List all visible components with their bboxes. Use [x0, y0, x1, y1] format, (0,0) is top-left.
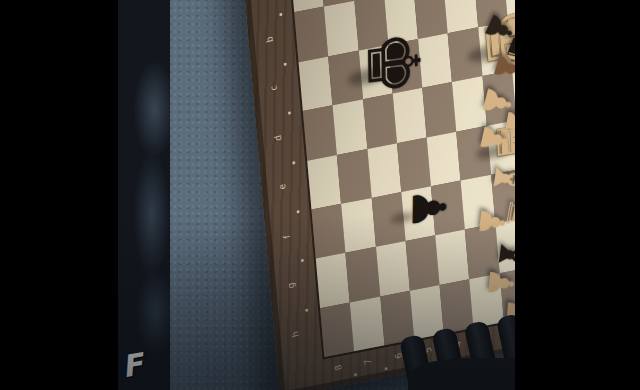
- black-king-c6: ♚: [357, 27, 429, 101]
- file-label-g: g: [285, 279, 296, 292]
- square-g4: [435, 230, 469, 285]
- square-e6: [367, 143, 401, 198]
- frame-inlay-dot: [292, 161, 295, 165]
- square-g7: [346, 247, 380, 302]
- square-d6: [363, 94, 397, 149]
- photo-stage: F Ø 42 abcdefgh87654321 ♚♟♚♛ ♟♞♟♟♞♟♝♜♟♝♟…: [0, 0, 640, 390]
- square-g6: [375, 241, 409, 296]
- square-h8: [320, 302, 354, 357]
- file-label-c: c: [268, 82, 279, 95]
- captured-pawn: ♟: [474, 205, 511, 239]
- square-g5: [405, 235, 439, 290]
- square-d5: [392, 88, 426, 143]
- square-f7: [341, 198, 375, 253]
- frame-inlay-dot: [284, 62, 287, 66]
- dark-fabric: F: [118, 0, 170, 390]
- file-label-h: h: [290, 328, 301, 341]
- frame-inlay-dot: [354, 373, 357, 377]
- file-label-d: d: [272, 132, 283, 145]
- captured-pawn: ♟: [483, 266, 515, 299]
- square-e8: [307, 154, 341, 209]
- frame-inlay-dot: [296, 210, 299, 214]
- frame-inlay-dot: [279, 13, 282, 17]
- square-e7: [337, 149, 371, 204]
- square-d8: [303, 105, 337, 160]
- file-label-f: f: [281, 230, 292, 243]
- fabric-logo-text: F: [119, 346, 145, 384]
- square-e4: [427, 131, 461, 186]
- captured-bishop: ♝: [485, 157, 515, 200]
- carpet-floor: F Ø 42 abcdefgh87654321 ♚♟♚♛ ♟♞♟♟♞♟♝♜♟♝♟…: [118, 0, 515, 390]
- file-label-e: e: [277, 181, 288, 194]
- black-pawn-f5: ♟: [405, 185, 451, 231]
- file-label-b: b: [264, 33, 275, 46]
- frame-inlay-dot: [305, 308, 308, 312]
- square-f8: [311, 204, 345, 259]
- frame-inlay-dot: [288, 111, 291, 115]
- frame-inlay-dot: [301, 259, 304, 263]
- square-e5: [397, 137, 431, 192]
- rank-label-7: 7: [363, 355, 374, 368]
- square-d7: [333, 99, 367, 154]
- rank-label-8: 8: [333, 361, 344, 374]
- frame-inlay-dot: [384, 367, 387, 371]
- square-h7: [350, 296, 384, 351]
- square-c8: [299, 56, 333, 111]
- square-g8: [316, 253, 350, 308]
- square-b8: [294, 7, 328, 62]
